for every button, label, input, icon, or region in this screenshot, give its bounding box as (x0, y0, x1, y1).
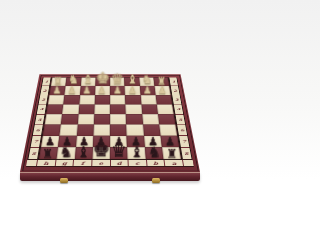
black-knight: ♞ (59, 145, 72, 160)
coordinate-label: 5 (35, 114, 45, 124)
white-pawn: ♟ (128, 85, 137, 95)
square (110, 125, 127, 136)
square: ♟ (49, 86, 65, 95)
black-bishop: ♝ (130, 145, 143, 160)
coordinate-label: 7 (179, 136, 189, 147)
square (110, 95, 126, 104)
coordinate-label: 3 (172, 95, 181, 104)
square (158, 114, 176, 124)
square (125, 95, 141, 104)
square (141, 104, 158, 114)
square (159, 125, 177, 136)
square (79, 95, 95, 104)
coordinate-label: 8 (181, 148, 192, 160)
white-pawn: ♟ (53, 85, 62, 95)
coordinate-label: 4 (174, 105, 183, 114)
black-king: ♚ (92, 140, 109, 159)
brass-hinge-icon (152, 178, 160, 183)
chess-board: 12345678 12345678 hgfedcba ♜♞♝♚♛♝♞♜♟♟♟♟♟… (20, 74, 200, 172)
square: ♟ (110, 86, 125, 95)
coordinate-label: 6 (177, 125, 187, 135)
coordinate-label: b (147, 160, 165, 166)
square: ♟ (65, 86, 81, 95)
square: ♞ (144, 147, 163, 159)
coordinate-label: 2 (171, 86, 180, 95)
square: ♝ (127, 147, 145, 159)
square (76, 125, 93, 136)
square: ♞ (57, 147, 76, 159)
square (110, 104, 126, 114)
coordinate-label: f (74, 160, 92, 166)
square: ♟ (95, 86, 110, 95)
square (93, 125, 110, 136)
product-photo-scene: 12345678 12345678 hgfedcba ♜♞♝♚♛♝♞♜♟♟♟♟♟… (0, 0, 220, 230)
white-pawn: ♟ (68, 85, 77, 95)
square (78, 104, 94, 114)
square (94, 104, 110, 114)
square (126, 125, 143, 136)
square (43, 125, 61, 136)
coordinate-label: 1 (169, 78, 178, 86)
square (48, 95, 65, 104)
black-rook: ♜ (166, 147, 177, 160)
coordinate-label: a (165, 160, 183, 166)
coordinate-label: 1 (42, 78, 51, 86)
coordinate-label: c (129, 160, 147, 166)
white-pawn: ♟ (143, 85, 152, 95)
file-labels-bottom: hgfedcba (26, 159, 194, 167)
coordinate-label: 5 (175, 114, 185, 124)
square (77, 114, 94, 124)
white-pawn: ♟ (83, 85, 92, 95)
coordinate-label: 7 (31, 136, 41, 147)
square (60, 125, 78, 136)
coordinate-label: d (110, 160, 127, 166)
square: ♟ (125, 86, 141, 95)
black-bishop: ♝ (77, 145, 90, 160)
black-queen: ♛ (111, 142, 127, 159)
square (155, 95, 172, 104)
coordinate-label (26, 160, 37, 166)
square: ♜ (39, 147, 58, 159)
square (140, 95, 156, 104)
square: ♝ (75, 147, 93, 159)
square (143, 125, 161, 136)
square: ♛ (110, 147, 128, 159)
coordinate-label: 4 (37, 105, 46, 114)
square (126, 114, 143, 124)
board-squares: ♜♞♝♚♛♝♞♜♟♟♟♟♟♟♟♟♟♟♟♟♟♟♟♟♜♞♝♚♛♝♞♜ (38, 77, 182, 160)
square (45, 114, 63, 124)
coordinate-label: 8 (28, 148, 39, 160)
white-pawn: ♟ (113, 85, 122, 95)
white-pawn: ♟ (158, 85, 167, 95)
square (94, 114, 110, 124)
white-pawn: ♟ (98, 85, 107, 95)
coordinate-label (183, 160, 194, 166)
square (46, 104, 63, 114)
square: ♟ (154, 86, 170, 95)
square: ♟ (80, 86, 96, 95)
coordinate-label: h (37, 160, 55, 166)
square (63, 95, 79, 104)
black-rook: ♜ (42, 147, 53, 160)
square (94, 95, 110, 104)
square (126, 104, 142, 114)
board-front-edge (20, 172, 200, 181)
brass-hinge-icon (60, 178, 68, 183)
coordinate-label: g (55, 160, 73, 166)
square (61, 114, 78, 124)
coordinate-label: e (92, 160, 109, 166)
square: ♟ (140, 86, 156, 95)
square: ♚ (92, 147, 110, 159)
square (62, 104, 79, 114)
coordinate-label: 2 (40, 86, 49, 95)
black-knight: ♞ (148, 145, 161, 160)
coordinate-label: 6 (33, 125, 43, 135)
square (142, 114, 159, 124)
square (110, 114, 126, 124)
square (157, 104, 174, 114)
square: ♜ (162, 147, 181, 159)
coordinate-label: 3 (39, 95, 48, 104)
